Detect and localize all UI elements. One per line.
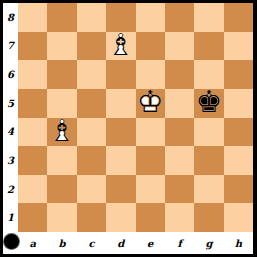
rank-label-4: 4 [3,118,18,147]
square-e1[interactable] [136,203,165,232]
square-e2[interactable] [136,175,165,204]
square-d1[interactable] [106,203,135,232]
square-g5[interactable]: ♔♚ [194,89,223,118]
square-a2[interactable] [18,175,47,204]
chess-diagram: 87♝♗65♚♔♔♚4♝♗321abcdefgh [0,0,257,257]
square-f7[interactable] [165,32,194,61]
square-f4[interactable] [165,118,194,147]
square-b3[interactable] [47,146,76,175]
square-b6[interactable] [47,60,76,89]
square-h1[interactable] [224,203,253,232]
square-f3[interactable] [165,146,194,175]
rank-label-6: 6 [3,60,18,89]
file-label-d: d [106,232,135,254]
square-b1[interactable] [47,203,76,232]
square-a6[interactable] [18,60,47,89]
square-f2[interactable] [165,175,194,204]
piece-white-king[interactable]: ♚♔ [136,89,165,118]
square-a8[interactable] [18,3,47,32]
square-d4[interactable] [106,118,135,147]
square-h7[interactable] [224,32,253,61]
square-h3[interactable] [224,146,253,175]
square-c5[interactable] [77,89,106,118]
file-label-g: g [194,232,223,254]
square-g8[interactable] [194,3,223,32]
square-a3[interactable] [18,146,47,175]
square-e5[interactable]: ♚♔ [136,89,165,118]
square-h6[interactable] [224,60,253,89]
file-label-b: b [47,232,76,254]
square-e3[interactable] [136,146,165,175]
square-d3[interactable] [106,146,135,175]
square-c7[interactable] [77,32,106,61]
square-f5[interactable] [165,89,194,118]
square-c4[interactable] [77,118,106,147]
side-to-move-indicator [4,234,19,249]
rank-label-3: 3 [3,146,18,175]
file-label-h: h [224,232,253,254]
chess-board: 87♝♗65♚♔♔♚4♝♗321abcdefgh [3,3,253,254]
square-h2[interactable] [224,175,253,204]
square-d2[interactable] [106,175,135,204]
square-c2[interactable] [77,175,106,204]
square-g4[interactable] [194,118,223,147]
square-h4[interactable] [224,118,253,147]
rank-label-2: 2 [3,175,18,204]
square-c8[interactable] [77,3,106,32]
square-f1[interactable] [165,203,194,232]
square-d7[interactable]: ♝♗ [106,32,135,61]
square-b7[interactable] [47,32,76,61]
black-king-outline-glyph: ♚ [195,88,222,118]
square-a5[interactable] [18,89,47,118]
square-d5[interactable] [106,89,135,118]
square-c6[interactable] [77,60,106,89]
square-g3[interactable] [194,146,223,175]
piece-black-king[interactable]: ♔♚ [194,89,223,118]
rank-label-1: 1 [3,203,18,232]
square-g1[interactable] [194,203,223,232]
white-bishop-outline-glyph: ♗ [49,116,76,146]
rank-label-7: 7 [3,32,18,61]
square-b8[interactable] [47,3,76,32]
rank-label-8: 8 [3,3,18,32]
square-g7[interactable] [194,32,223,61]
file-label-f: f [165,232,194,254]
square-f6[interactable] [165,60,194,89]
square-f8[interactable] [165,3,194,32]
square-h5[interactable] [224,89,253,118]
piece-white-bishop[interactable]: ♝♗ [47,118,76,147]
square-h8[interactable] [224,3,253,32]
white-bishop-outline-glyph: ♗ [107,30,134,60]
rank-label-5: 5 [3,89,18,118]
square-g2[interactable] [194,175,223,204]
square-b4[interactable]: ♝♗ [47,118,76,147]
square-e8[interactable] [136,3,165,32]
white-king-outline-glyph: ♔ [137,88,164,118]
square-a7[interactable] [18,32,47,61]
file-label-a: a [18,232,47,254]
piece-white-bishop[interactable]: ♝♗ [106,32,135,61]
square-a1[interactable] [18,203,47,232]
file-label-e: e [136,232,165,254]
board-corner [3,232,18,254]
square-d6[interactable] [106,60,135,89]
file-label-c: c [77,232,106,254]
square-c3[interactable] [77,146,106,175]
square-e4[interactable] [136,118,165,147]
square-b2[interactable] [47,175,76,204]
square-a4[interactable] [18,118,47,147]
square-c1[interactable] [77,203,106,232]
square-e7[interactable] [136,32,165,61]
